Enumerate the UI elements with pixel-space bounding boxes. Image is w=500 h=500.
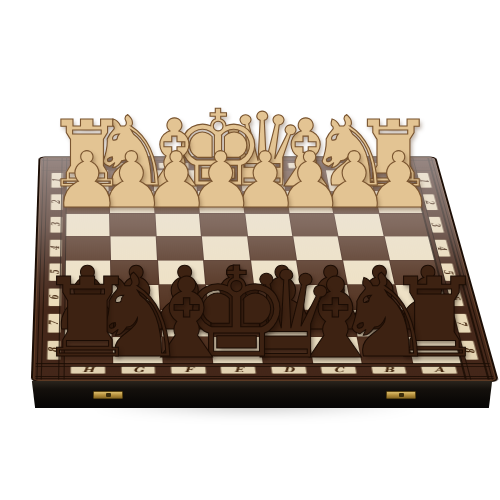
label-chip: D bbox=[270, 366, 306, 374]
square-g6 bbox=[112, 285, 160, 310]
square-a1 bbox=[369, 170, 417, 191]
board-front-edge bbox=[30, 381, 494, 408]
square-d5 bbox=[251, 260, 300, 284]
label-chip: G bbox=[121, 366, 157, 374]
product-photo-scene: HGFEDCBA1122334455667788HGFEDCBA ♜♞♝♛♚♝♞… bbox=[0, 0, 500, 500]
square-c1 bbox=[283, 170, 329, 191]
square-b8 bbox=[358, 337, 412, 364]
label-chip: E bbox=[220, 366, 256, 374]
square-b3 bbox=[334, 214, 383, 236]
square-b7 bbox=[353, 310, 406, 336]
square-c2 bbox=[286, 191, 333, 213]
square-h8 bbox=[64, 337, 113, 364]
square-d8 bbox=[260, 337, 312, 364]
square-h7 bbox=[64, 310, 112, 336]
coordinate-glyph: F bbox=[183, 366, 193, 373]
square-e6 bbox=[206, 285, 255, 310]
inlay-line bbox=[42, 168, 436, 169]
square-c7 bbox=[305, 310, 357, 336]
square-a8 bbox=[407, 337, 462, 364]
square-f2 bbox=[154, 191, 199, 213]
square-f4 bbox=[156, 237, 203, 260]
coordinate-glyph: G bbox=[133, 366, 144, 373]
square-e3 bbox=[200, 214, 247, 236]
coordinate-glyph: A bbox=[433, 366, 445, 373]
label-chip: C bbox=[320, 366, 357, 374]
square-g1 bbox=[109, 170, 153, 191]
square-h2 bbox=[66, 191, 110, 213]
coordinate-glyph: C bbox=[333, 366, 345, 373]
square-d2 bbox=[242, 191, 288, 213]
square-a5 bbox=[390, 260, 442, 284]
square-f5 bbox=[158, 260, 206, 284]
square-b1 bbox=[326, 170, 373, 191]
coordinate-glyph: H bbox=[82, 366, 94, 373]
square-g3 bbox=[110, 214, 155, 236]
square-h6 bbox=[64, 285, 111, 310]
inlay-line bbox=[42, 170, 436, 171]
square-b2 bbox=[330, 191, 378, 213]
board-grid: HGFEDCBA1122334455667788HGFEDCBA bbox=[33, 157, 497, 380]
square-e1 bbox=[196, 170, 241, 191]
label-chip: H bbox=[70, 366, 105, 374]
inlay-line bbox=[36, 366, 491, 367]
square-a7 bbox=[401, 310, 455, 336]
square-g2 bbox=[110, 191, 154, 213]
square-c6 bbox=[301, 285, 352, 310]
square-b6 bbox=[348, 285, 400, 310]
square-c4 bbox=[293, 237, 342, 260]
coordinate-glyph: B bbox=[382, 366, 394, 373]
square-f7 bbox=[161, 310, 210, 336]
square-d1 bbox=[239, 170, 285, 191]
square-h3 bbox=[65, 214, 110, 236]
square-h1 bbox=[66, 170, 109, 191]
inlay-line bbox=[36, 363, 490, 364]
label-chip: A bbox=[420, 366, 457, 374]
coordinate-glyph: E bbox=[233, 366, 244, 373]
square-e2 bbox=[198, 191, 244, 213]
square-c8 bbox=[309, 337, 362, 364]
square-d7 bbox=[257, 310, 308, 336]
inlay-line bbox=[42, 159, 433, 160]
square-d4 bbox=[248, 237, 296, 260]
square-a6 bbox=[395, 285, 448, 310]
square-f1 bbox=[153, 170, 197, 191]
square-d6 bbox=[254, 285, 304, 310]
inlay-line bbox=[42, 160, 433, 161]
square-g4 bbox=[111, 237, 157, 260]
label-chip: B bbox=[370, 366, 407, 374]
square-b5 bbox=[343, 260, 394, 284]
square-c3 bbox=[290, 214, 338, 236]
square-e8 bbox=[211, 337, 262, 364]
square-g7 bbox=[112, 310, 160, 336]
square-f6 bbox=[159, 285, 207, 310]
square-f8 bbox=[162, 337, 212, 364]
square-h5 bbox=[65, 260, 111, 284]
square-g5 bbox=[111, 260, 158, 284]
chess-board: HGFEDCBA1122334455667788HGFEDCBA bbox=[33, 157, 497, 380]
square-a2 bbox=[374, 191, 423, 213]
square-d3 bbox=[245, 214, 292, 236]
inlay-line bbox=[35, 378, 494, 379]
square-g8 bbox=[113, 337, 162, 364]
square-a4 bbox=[384, 237, 435, 260]
square-b4 bbox=[339, 237, 389, 260]
inlay-line bbox=[35, 376, 493, 377]
right-hinge bbox=[386, 391, 416, 399]
square-e7 bbox=[209, 310, 259, 336]
coordinate-glyph: D bbox=[282, 366, 294, 373]
square-f3 bbox=[155, 214, 201, 236]
board-perspective-wrap: HGFEDCBA1122334455667788HGFEDCBA bbox=[0, 0, 500, 500]
square-a3 bbox=[379, 214, 429, 236]
square-e5 bbox=[204, 260, 252, 284]
label-chip: F bbox=[170, 366, 206, 374]
square-h4 bbox=[65, 237, 110, 260]
square-c5 bbox=[297, 260, 347, 284]
left-hinge bbox=[93, 391, 123, 399]
square-e4 bbox=[202, 237, 249, 260]
